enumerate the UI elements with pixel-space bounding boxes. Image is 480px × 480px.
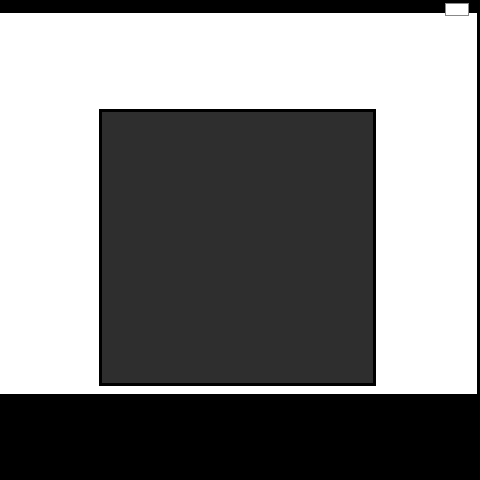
file-label-row <box>99 96 376 110</box>
bottom-black-bar <box>0 394 480 480</box>
shogi-app-window <box>0 0 480 480</box>
rank-label-column <box>376 109 397 386</box>
titlebar-button[interactable] <box>445 3 469 16</box>
shogi-board[interactable] <box>99 109 376 386</box>
